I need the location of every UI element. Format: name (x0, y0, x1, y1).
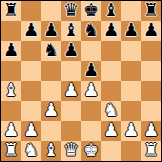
piece-white-knight[interactable]: ♞ (23, 141, 39, 160)
piece-black-pawn[interactable]: ♟ (63, 41, 79, 60)
square-h4[interactable] (141, 81, 161, 101)
square-d4[interactable]: ♟ (61, 81, 81, 101)
piece-white-rook[interactable]: ♜ (143, 141, 159, 160)
piece-white-knight[interactable]: ♞ (103, 101, 119, 120)
piece-black-knight[interactable]: ♞ (43, 41, 59, 60)
piece-black-pawn[interactable]: ♟ (43, 21, 59, 40)
piece-white-king[interactable]: ♚ (83, 141, 99, 160)
square-b4[interactable] (21, 81, 41, 101)
square-d1[interactable]: ♛ (61, 141, 81, 161)
square-c3[interactable]: ♟ (41, 101, 61, 121)
square-c6[interactable]: ♞ (41, 41, 61, 61)
piece-white-rook[interactable]: ♜ (3, 141, 19, 160)
square-e5[interactable]: ♟ (81, 61, 101, 81)
piece-white-pawn[interactable]: ♟ (143, 121, 159, 140)
piece-white-pawn[interactable]: ♟ (23, 121, 39, 140)
square-e7[interactable]: ♞ (81, 21, 101, 41)
piece-black-pawn[interactable]: ♟ (103, 21, 119, 40)
piece-white-bishop[interactable]: ♝ (43, 141, 59, 160)
piece-white-pawn[interactable]: ♟ (103, 121, 119, 140)
square-f8[interactable]: ♝ (101, 1, 121, 21)
square-e3[interactable] (81, 101, 101, 121)
square-f1[interactable] (101, 141, 121, 161)
square-g3[interactable] (121, 101, 141, 121)
square-d7[interactable]: ♝ (61, 21, 81, 41)
square-a4[interactable]: ♝ (1, 81, 21, 101)
piece-black-rook[interactable]: ♜ (3, 1, 19, 20)
square-f3[interactable]: ♞ (101, 101, 121, 121)
piece-white-bishop[interactable]: ♝ (3, 81, 19, 100)
square-g6[interactable] (121, 41, 141, 61)
square-f7[interactable]: ♟ (101, 21, 121, 41)
chess-board: ♜♛♚♝♜♟♟♝♞♟♟♟♟♞♟♟♝♟♟♟♞♟♟♟♟♟♜♞♝♛♚♜ (0, 0, 162, 162)
piece-black-rook[interactable]: ♜ (143, 1, 159, 20)
square-e6[interactable] (81, 41, 101, 61)
piece-black-pawn[interactable]: ♟ (23, 21, 39, 40)
square-a8[interactable]: ♜ (1, 1, 21, 21)
square-h5[interactable] (141, 61, 161, 81)
piece-white-pawn[interactable]: ♟ (83, 81, 99, 100)
square-g7[interactable]: ♟ (121, 21, 141, 41)
square-e4[interactable]: ♟ (81, 81, 101, 101)
square-b8[interactable] (21, 1, 41, 21)
square-d5[interactable] (61, 61, 81, 81)
square-h7[interactable]: ♟ (141, 21, 161, 41)
square-c7[interactable]: ♟ (41, 21, 61, 41)
square-h2[interactable]: ♟ (141, 121, 161, 141)
square-h6[interactable] (141, 41, 161, 61)
piece-white-pawn[interactable]: ♟ (63, 81, 79, 100)
square-g1[interactable] (121, 141, 141, 161)
piece-black-pawn[interactable]: ♟ (3, 41, 19, 60)
square-a6[interactable]: ♟ (1, 41, 21, 61)
piece-black-king[interactable]: ♚ (83, 1, 99, 20)
square-g4[interactable] (121, 81, 141, 101)
square-g8[interactable] (121, 1, 141, 21)
square-b1[interactable]: ♞ (21, 141, 41, 161)
square-a2[interactable]: ♟ (1, 121, 21, 141)
square-e1[interactable]: ♚ (81, 141, 101, 161)
square-b5[interactable] (21, 61, 41, 81)
square-a3[interactable] (1, 101, 21, 121)
square-f2[interactable]: ♟ (101, 121, 121, 141)
piece-black-knight[interactable]: ♞ (83, 21, 99, 40)
square-g5[interactable] (121, 61, 141, 81)
square-c5[interactable] (41, 61, 61, 81)
square-d3[interactable] (61, 101, 81, 121)
square-h1[interactable]: ♜ (141, 141, 161, 161)
square-a5[interactable] (1, 61, 21, 81)
piece-black-pawn[interactable]: ♟ (83, 61, 99, 80)
piece-black-bishop[interactable]: ♝ (103, 1, 119, 20)
square-c4[interactable] (41, 81, 61, 101)
piece-white-pawn[interactable]: ♟ (123, 121, 139, 140)
piece-black-pawn[interactable]: ♟ (143, 21, 159, 40)
square-c2[interactable] (41, 121, 61, 141)
square-b3[interactable] (21, 101, 41, 121)
square-f5[interactable] (101, 61, 121, 81)
square-d2[interactable] (61, 121, 81, 141)
square-c8[interactable] (41, 1, 61, 21)
square-b6[interactable] (21, 41, 41, 61)
square-e2[interactable] (81, 121, 101, 141)
square-f6[interactable] (101, 41, 121, 61)
piece-black-bishop[interactable]: ♝ (63, 21, 79, 40)
square-e8[interactable]: ♚ (81, 1, 101, 21)
square-f4[interactable] (101, 81, 121, 101)
piece-white-pawn[interactable]: ♟ (43, 101, 59, 120)
square-g2[interactable]: ♟ (121, 121, 141, 141)
square-b2[interactable]: ♟ (21, 121, 41, 141)
square-h3[interactable] (141, 101, 161, 121)
piece-black-queen[interactable]: ♛ (63, 1, 79, 20)
square-c1[interactable]: ♝ (41, 141, 61, 161)
piece-white-queen[interactable]: ♛ (63, 141, 79, 160)
square-d6[interactable]: ♟ (61, 41, 81, 61)
square-d8[interactable]: ♛ (61, 1, 81, 21)
piece-black-pawn[interactable]: ♟ (123, 21, 139, 40)
square-b7[interactable]: ♟ (21, 21, 41, 41)
square-a7[interactable] (1, 21, 21, 41)
square-a1[interactable]: ♜ (1, 141, 21, 161)
piece-white-pawn[interactable]: ♟ (3, 121, 19, 140)
square-h8[interactable]: ♜ (141, 1, 161, 21)
